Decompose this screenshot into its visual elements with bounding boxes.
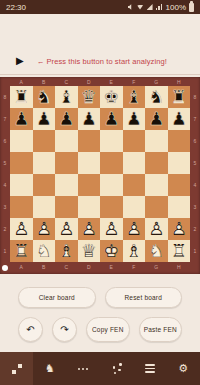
rank-label-4: 4 bbox=[190, 174, 200, 196]
battery-icon bbox=[189, 3, 194, 12]
ellipsis-icon bbox=[82, 368, 84, 370]
reset-board-button[interactable]: Reset board bbox=[105, 287, 183, 308]
square-h7[interactable]: ♟ bbox=[168, 108, 191, 130]
square-c4[interactable] bbox=[55, 174, 78, 196]
black-bishop: ♝ bbox=[123, 86, 146, 108]
file-label-e: E bbox=[100, 77, 123, 86]
rank-labels-right: 87654321 bbox=[190, 86, 200, 262]
square-a4[interactable] bbox=[10, 174, 33, 196]
white-pawn: ♟♙ bbox=[78, 218, 101, 240]
undo-button[interactable]: ↶ bbox=[18, 317, 43, 342]
list-icon bbox=[145, 364, 155, 372]
nav-game-list[interactable] bbox=[133, 352, 166, 385]
square-h3[interactable] bbox=[168, 196, 191, 218]
square-a8[interactable]: ♜ bbox=[10, 86, 33, 108]
rank-label-6: 6 bbox=[190, 130, 200, 152]
rank-label-3: 3 bbox=[190, 196, 200, 218]
rank-label-4: 4 bbox=[0, 174, 10, 196]
file-labels-top: ABCDEFGH bbox=[10, 77, 190, 86]
square-f2[interactable]: ♟♙ bbox=[123, 218, 146, 240]
white-pawn: ♟♙ bbox=[168, 218, 191, 240]
editor-controls: Clear board Reset board ↶ ↷ Copy FEN Pas… bbox=[0, 274, 200, 342]
white-rook: ♜♖ bbox=[168, 240, 191, 262]
square-d7[interactable]: ♟ bbox=[78, 108, 101, 130]
gear-icon: ⚙ bbox=[178, 363, 188, 374]
square-d6[interactable] bbox=[78, 130, 101, 152]
square-h2[interactable]: ♟♙ bbox=[168, 218, 191, 240]
black-pawn: ♟ bbox=[10, 108, 33, 130]
side-to-move-indicator bbox=[2, 265, 8, 271]
square-g6[interactable] bbox=[145, 130, 168, 152]
black-pawn: ♟ bbox=[33, 108, 56, 130]
wifi-icon bbox=[137, 5, 144, 10]
square-c1[interactable]: ♝♗ bbox=[55, 240, 78, 262]
white-knight: ♞♘ bbox=[33, 240, 56, 262]
square-h1[interactable]: ♜♖ bbox=[168, 240, 191, 262]
square-h4[interactable] bbox=[168, 174, 191, 196]
square-f5[interactable] bbox=[123, 152, 146, 174]
file-label-d: D bbox=[78, 262, 101, 274]
black-rook: ♜ bbox=[10, 86, 33, 108]
board-grid: ♜♞♝♛♚♝♞♜♟♟♟♟♟♟♟♟♟♙♟♙♟♙♟♙♟♙♟♙♟♙♟♙♜♖♞♘♝♗♛♕… bbox=[10, 86, 190, 262]
rank-label-2: 2 bbox=[190, 218, 200, 240]
square-g7[interactable]: ♟ bbox=[145, 108, 168, 130]
square-h5[interactable] bbox=[168, 152, 191, 174]
square-a7[interactable]: ♟ bbox=[10, 108, 33, 130]
square-f7[interactable]: ♟ bbox=[123, 108, 146, 130]
status-bar: 22:30 100% bbox=[0, 0, 200, 14]
file-label-a: A bbox=[10, 77, 33, 86]
black-pawn: ♟ bbox=[78, 108, 101, 130]
file-label-c: C bbox=[55, 262, 78, 274]
board-editor-icon bbox=[12, 364, 22, 374]
square-b6[interactable] bbox=[33, 130, 56, 152]
file-label-h: H bbox=[168, 262, 191, 274]
square-b2[interactable]: ♟♙ bbox=[33, 218, 56, 240]
white-king: ♚♔ bbox=[100, 240, 123, 262]
file-label-d: D bbox=[78, 77, 101, 86]
square-e7[interactable]: ♟ bbox=[100, 108, 123, 130]
square-d1[interactable]: ♛♕ bbox=[78, 240, 101, 262]
square-g3[interactable] bbox=[145, 196, 168, 218]
file-label-g: G bbox=[145, 77, 168, 86]
signal-bars-icon bbox=[156, 4, 163, 10]
square-f3[interactable] bbox=[123, 196, 146, 218]
rank-label-8: 8 bbox=[0, 86, 10, 108]
battery-percent: 100% bbox=[166, 3, 186, 12]
square-c5[interactable] bbox=[55, 152, 78, 174]
black-pawn: ♟ bbox=[100, 108, 123, 130]
square-e6[interactable] bbox=[100, 130, 123, 152]
file-label-g: G bbox=[145, 262, 168, 274]
rank-label-7: 7 bbox=[0, 108, 10, 130]
square-g2[interactable]: ♟♙ bbox=[145, 218, 168, 240]
black-knight: ♞ bbox=[33, 86, 56, 108]
white-bishop: ♝♗ bbox=[55, 240, 78, 262]
black-queen: ♛ bbox=[78, 86, 101, 108]
rank-label-5: 5 bbox=[0, 152, 10, 174]
square-c2[interactable]: ♟♙ bbox=[55, 218, 78, 240]
square-e8[interactable]: ♚ bbox=[100, 86, 123, 108]
mute-icon bbox=[128, 4, 134, 10]
file-label-b: B bbox=[33, 262, 56, 274]
knight-piece-icon: ♞ bbox=[45, 363, 55, 374]
white-pawn: ♟♙ bbox=[10, 218, 33, 240]
white-bishop: ♝♗ bbox=[123, 240, 146, 262]
square-a1[interactable]: ♜♖ bbox=[10, 240, 33, 262]
square-c7[interactable]: ♟ bbox=[55, 108, 78, 130]
file-label-h: H bbox=[168, 77, 191, 86]
square-h8[interactable]: ♜ bbox=[168, 86, 191, 108]
square-d4[interactable] bbox=[78, 174, 101, 196]
paste-fen-button[interactable]: Paste FEN bbox=[139, 317, 183, 342]
square-g5[interactable] bbox=[145, 152, 168, 174]
file-label-f: F bbox=[123, 77, 146, 86]
square-d3[interactable] bbox=[78, 196, 101, 218]
file-label-e: E bbox=[100, 262, 123, 274]
redo-icon: ↷ bbox=[60, 324, 69, 335]
square-e2[interactable]: ♟♙ bbox=[100, 218, 123, 240]
square-d5[interactable] bbox=[78, 152, 101, 174]
square-f1[interactable]: ♝♗ bbox=[123, 240, 146, 262]
rank-labels-left: 87654321 bbox=[0, 86, 10, 262]
divider bbox=[0, 74, 200, 75]
clock: 22:30 bbox=[6, 3, 26, 12]
file-label-f: F bbox=[123, 262, 146, 274]
square-e1[interactable]: ♚♔ bbox=[100, 240, 123, 262]
rank-label-2: 2 bbox=[0, 218, 10, 240]
file-label-c: C bbox=[55, 77, 78, 86]
white-pawn: ♟♙ bbox=[145, 218, 168, 240]
rank-label-6: 6 bbox=[0, 130, 10, 152]
white-pawn: ♟♙ bbox=[123, 218, 146, 240]
redo-button[interactable]: ↷ bbox=[52, 317, 77, 342]
rank-label-8: 8 bbox=[190, 86, 200, 108]
white-knight: ♞♘ bbox=[145, 240, 168, 262]
square-g4[interactable] bbox=[145, 174, 168, 196]
square-b5[interactable] bbox=[33, 152, 56, 174]
square-e3[interactable] bbox=[100, 196, 123, 218]
mobile-signal-icon bbox=[147, 4, 153, 10]
black-pawn: ♟ bbox=[123, 108, 146, 130]
nav-play[interactable]: ♞ bbox=[33, 352, 66, 385]
square-a2[interactable]: ♟♙ bbox=[10, 218, 33, 240]
rank-label-7: 7 bbox=[190, 108, 200, 130]
square-b7[interactable]: ♟ bbox=[33, 108, 56, 130]
square-c6[interactable] bbox=[55, 130, 78, 152]
undo-icon: ↶ bbox=[26, 324, 35, 335]
square-c3[interactable] bbox=[55, 196, 78, 218]
copy-fen-button[interactable]: Copy FEN bbox=[86, 317, 130, 342]
file-label-b: B bbox=[33, 77, 56, 86]
square-b4[interactable] bbox=[33, 174, 56, 196]
square-d2[interactable]: ♟♙ bbox=[78, 218, 101, 240]
rank-label-5: 5 bbox=[190, 152, 200, 174]
black-bishop: ♝ bbox=[55, 86, 78, 108]
square-f6[interactable] bbox=[123, 130, 146, 152]
square-e5[interactable] bbox=[100, 152, 123, 174]
square-f4[interactable] bbox=[123, 174, 146, 196]
white-pawn: ♟♙ bbox=[100, 218, 123, 240]
nav-settings[interactable]: ⚙ bbox=[167, 352, 200, 385]
nav-board-editor[interactable] bbox=[0, 352, 33, 385]
analyze-hint-text: ← Press this button to start analyzing! bbox=[37, 57, 167, 66]
black-king: ♚ bbox=[100, 86, 123, 108]
square-e4[interactable] bbox=[100, 174, 123, 196]
square-b8[interactable]: ♞ bbox=[33, 86, 56, 108]
square-a5[interactable] bbox=[10, 152, 33, 174]
scatter-dots-icon bbox=[112, 363, 122, 374]
square-b1[interactable]: ♞♘ bbox=[33, 240, 56, 262]
white-rook: ♜♖ bbox=[10, 240, 33, 262]
rank-label-1: 1 bbox=[0, 240, 10, 262]
file-labels-bottom: ABCDEFGH bbox=[10, 262, 190, 274]
bottom-nav: ♞ ⚙ bbox=[0, 352, 200, 385]
square-b3[interactable] bbox=[33, 196, 56, 218]
square-f8[interactable]: ♝ bbox=[123, 86, 146, 108]
square-h6[interactable] bbox=[168, 130, 191, 152]
square-c8[interactable]: ♝ bbox=[55, 86, 78, 108]
white-queen: ♛♕ bbox=[78, 240, 101, 262]
black-pawn: ♟ bbox=[168, 108, 191, 130]
nav-moves[interactable] bbox=[100, 352, 133, 385]
nav-more[interactable] bbox=[67, 352, 100, 385]
square-a6[interactable] bbox=[10, 130, 33, 152]
rank-label-3: 3 bbox=[0, 196, 10, 218]
file-label-a: A bbox=[10, 262, 33, 274]
white-pawn: ♟♙ bbox=[55, 218, 78, 240]
rank-label-1: 1 bbox=[190, 240, 200, 262]
analyze-banner: ▶ ← Press this button to start analyzing… bbox=[0, 52, 200, 70]
white-pawn: ♟♙ bbox=[33, 218, 56, 240]
square-g8[interactable]: ♞ bbox=[145, 86, 168, 108]
square-d8[interactable]: ♛ bbox=[78, 86, 101, 108]
clear-board-button[interactable]: Clear board bbox=[18, 287, 96, 308]
black-rook: ♜ bbox=[168, 86, 191, 108]
black-knight: ♞ bbox=[145, 86, 168, 108]
black-pawn: ♟ bbox=[145, 108, 168, 130]
square-a3[interactable] bbox=[10, 196, 33, 218]
play-analyze-button[interactable]: ▶ bbox=[16, 56, 24, 66]
chess-board: ABCDEFGH ABCDEFGH 87654321 87654321 ♜♞♝♛… bbox=[0, 77, 200, 274]
square-g1[interactable]: ♞♘ bbox=[145, 240, 168, 262]
black-pawn: ♟ bbox=[55, 108, 78, 130]
